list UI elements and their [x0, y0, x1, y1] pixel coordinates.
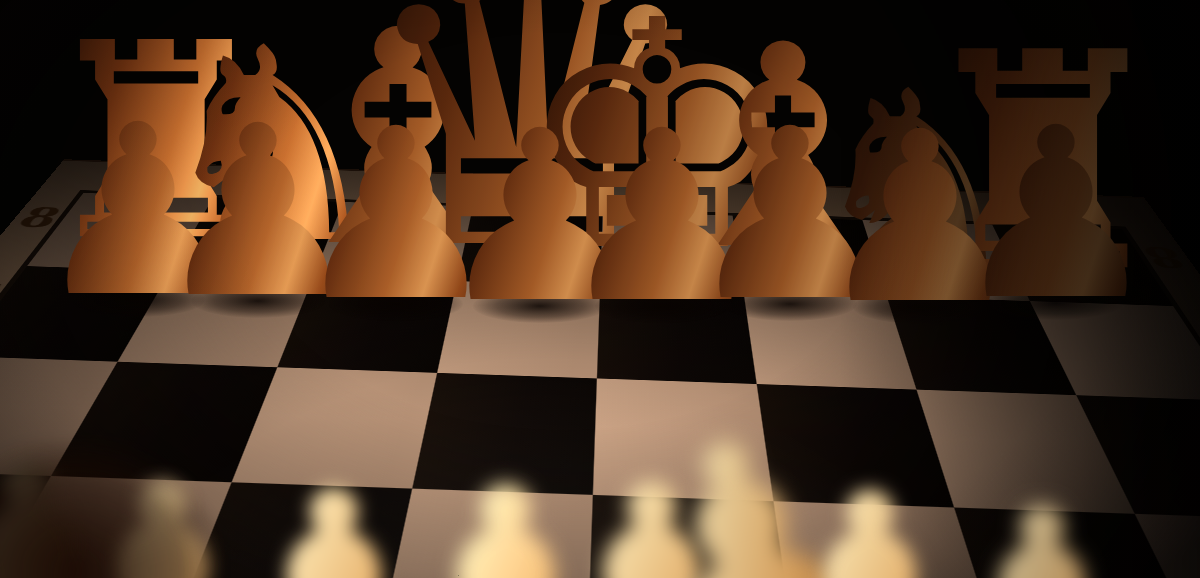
white-pawn-h2-blurred: ♟ — [916, 472, 1167, 578]
white-pieces-layer: ♟♟♟♟♟♟♟♟ — [0, 0, 1200, 578]
chess-photo-scene: 876876 ♜♞♝♛♚♝♞♜♟♟♟♟♟♟♟♟ ♟♟♟♟♟♟♟♟ — [0, 0, 1200, 578]
